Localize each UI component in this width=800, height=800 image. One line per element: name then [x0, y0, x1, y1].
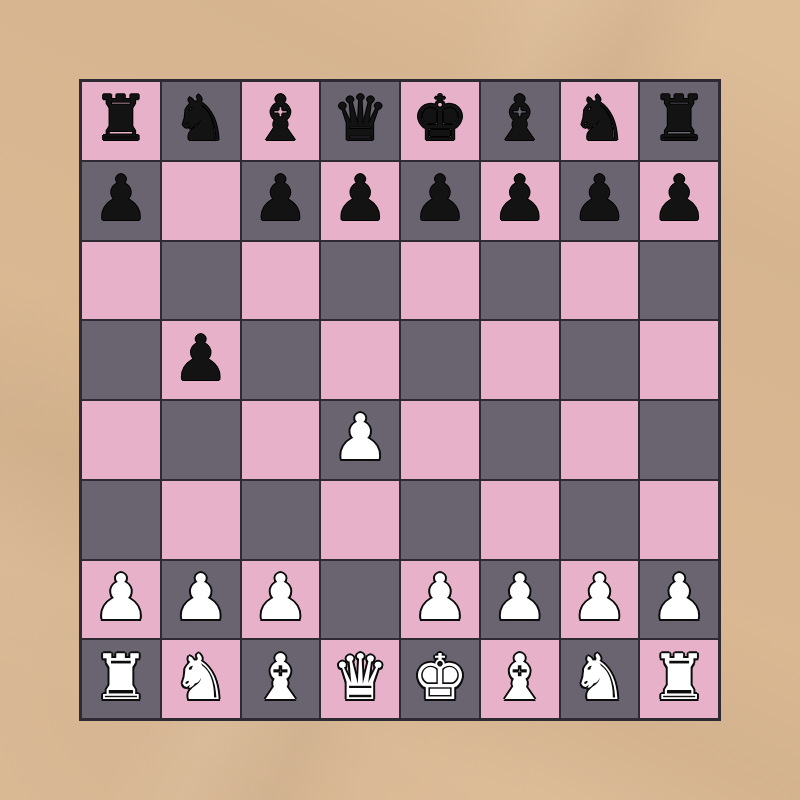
square-g7[interactable]: ♟ [561, 162, 639, 240]
square-c1[interactable]: ♝ [242, 640, 320, 718]
square-f7[interactable]: ♟ [481, 162, 559, 240]
piece-white-pawn: ♟ [651, 566, 707, 629]
square-g8[interactable]: ♞ [561, 82, 639, 160]
piece-white-pawn: ♟ [332, 406, 388, 469]
piece-white-king: ♚ [412, 646, 468, 709]
piece-black-knight: ♞ [172, 87, 228, 150]
piece-black-bishop: ♝ [491, 87, 547, 150]
piece-white-rook: ♜ [651, 646, 707, 709]
piece-black-pawn: ♟ [491, 167, 547, 230]
square-d8[interactable]: ♛ [321, 82, 399, 160]
square-a3[interactable] [82, 481, 160, 559]
square-a2[interactable]: ♟ [82, 561, 160, 639]
square-d4[interactable]: ♟ [321, 401, 399, 479]
square-d2[interactable] [321, 561, 399, 639]
square-d5[interactable] [321, 321, 399, 399]
square-d1[interactable]: ♛ [321, 640, 399, 718]
piece-black-pawn: ♟ [412, 167, 468, 230]
piece-black-pawn: ♟ [651, 167, 707, 230]
square-f2[interactable]: ♟ [481, 561, 559, 639]
piece-white-pawn: ♟ [252, 566, 308, 629]
square-c6[interactable] [242, 242, 320, 320]
square-a8[interactable]: ♜ [82, 82, 160, 160]
square-c4[interactable] [242, 401, 320, 479]
piece-black-pawn: ♟ [93, 167, 149, 230]
square-c7[interactable]: ♟ [242, 162, 320, 240]
piece-black-pawn: ♟ [571, 167, 627, 230]
square-h2[interactable]: ♟ [640, 561, 718, 639]
square-b1[interactable]: ♞ [162, 640, 240, 718]
square-c3[interactable] [242, 481, 320, 559]
square-h5[interactable] [640, 321, 718, 399]
square-a1[interactable]: ♜ [82, 640, 160, 718]
piece-white-pawn: ♟ [172, 566, 228, 629]
chess-board[interactable]: ♜♞♝♛♚♝♞♜♟♟♟♟♟♟♟♟♟♟♟♟♟♟♟♟♜♞♝♛♚♝♞♜ [80, 80, 720, 720]
square-d3[interactable] [321, 481, 399, 559]
square-h1[interactable]: ♜ [640, 640, 718, 718]
square-g3[interactable] [561, 481, 639, 559]
square-h6[interactable] [640, 242, 718, 320]
piece-black-pawn: ♟ [172, 327, 228, 390]
piece-black-knight: ♞ [571, 87, 627, 150]
square-b3[interactable] [162, 481, 240, 559]
piece-black-rook: ♜ [651, 87, 707, 150]
square-e4[interactable] [401, 401, 479, 479]
square-f3[interactable] [481, 481, 559, 559]
square-e8[interactable]: ♚ [401, 82, 479, 160]
square-f5[interactable] [481, 321, 559, 399]
square-b4[interactable] [162, 401, 240, 479]
square-d6[interactable] [321, 242, 399, 320]
square-h8[interactable]: ♜ [640, 82, 718, 160]
piece-white-pawn: ♟ [93, 566, 149, 629]
square-e3[interactable] [401, 481, 479, 559]
piece-black-queen: ♛ [332, 87, 388, 150]
square-f4[interactable] [481, 401, 559, 479]
square-e7[interactable]: ♟ [401, 162, 479, 240]
square-a4[interactable] [82, 401, 160, 479]
piece-black-pawn: ♟ [332, 167, 388, 230]
square-c2[interactable]: ♟ [242, 561, 320, 639]
square-h3[interactable] [640, 481, 718, 559]
square-a5[interactable] [82, 321, 160, 399]
square-f6[interactable] [481, 242, 559, 320]
square-g1[interactable]: ♞ [561, 640, 639, 718]
square-g5[interactable] [561, 321, 639, 399]
square-b2[interactable]: ♟ [162, 561, 240, 639]
square-f8[interactable]: ♝ [481, 82, 559, 160]
square-e1[interactable]: ♚ [401, 640, 479, 718]
square-e2[interactable]: ♟ [401, 561, 479, 639]
square-e5[interactable] [401, 321, 479, 399]
piece-white-pawn: ♟ [412, 566, 468, 629]
square-h4[interactable] [640, 401, 718, 479]
square-e6[interactable] [401, 242, 479, 320]
square-b5[interactable]: ♟ [162, 321, 240, 399]
square-c8[interactable]: ♝ [242, 82, 320, 160]
piece-white-pawn: ♟ [571, 566, 627, 629]
piece-white-rook: ♜ [93, 646, 149, 709]
piece-white-bishop: ♝ [491, 646, 547, 709]
piece-white-pawn: ♟ [491, 566, 547, 629]
piece-white-knight: ♞ [172, 646, 228, 709]
square-g2[interactable]: ♟ [561, 561, 639, 639]
square-a6[interactable] [82, 242, 160, 320]
piece-black-bishop: ♝ [252, 87, 308, 150]
square-g4[interactable] [561, 401, 639, 479]
square-a7[interactable]: ♟ [82, 162, 160, 240]
square-f1[interactable]: ♝ [481, 640, 559, 718]
piece-black-pawn: ♟ [252, 167, 308, 230]
piece-white-bishop: ♝ [252, 646, 308, 709]
square-b6[interactable] [162, 242, 240, 320]
square-h7[interactable]: ♟ [640, 162, 718, 240]
piece-white-queen: ♛ [332, 646, 388, 709]
square-b7[interactable] [162, 162, 240, 240]
piece-white-knight: ♞ [571, 646, 627, 709]
square-c5[interactable] [242, 321, 320, 399]
piece-black-king: ♚ [412, 87, 468, 150]
piece-black-rook: ♜ [93, 87, 149, 150]
square-d7[interactable]: ♟ [321, 162, 399, 240]
square-g6[interactable] [561, 242, 639, 320]
square-b8[interactable]: ♞ [162, 82, 240, 160]
